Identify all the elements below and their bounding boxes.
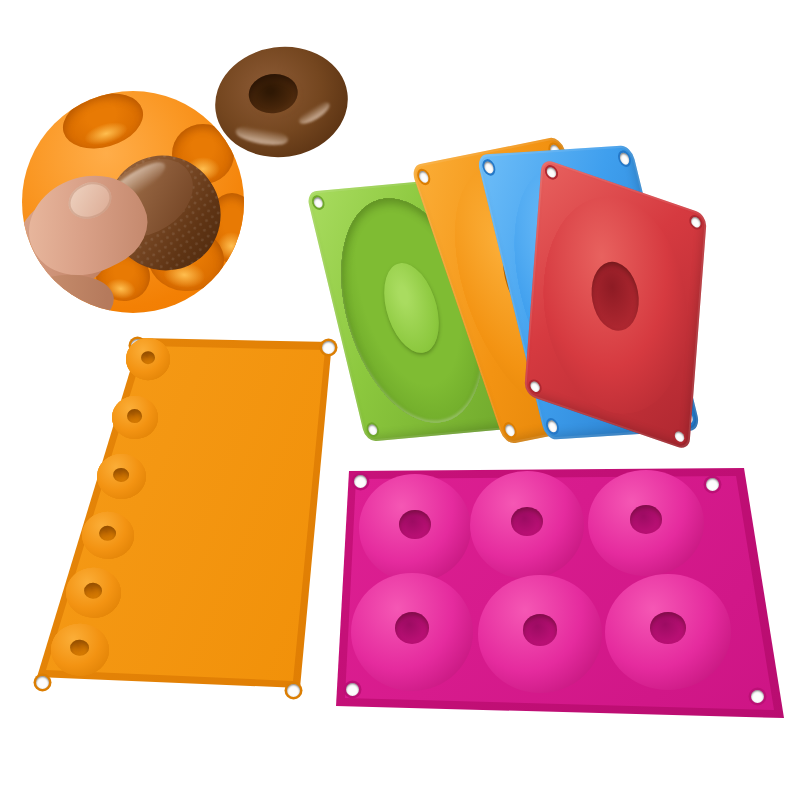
- hanging-hole: [751, 690, 764, 703]
- donut-bump: [470, 471, 584, 579]
- hanging-hole: [346, 683, 359, 696]
- bump-grid: [0, 0, 800, 800]
- donut-bump: [605, 574, 731, 690]
- donut-bump: [359, 474, 471, 582]
- pink-donut-mold-6-cavity: [0, 0, 800, 800]
- product-photo-canvas: [0, 0, 800, 800]
- hanging-hole: [706, 478, 719, 491]
- hanging-hole: [354, 475, 367, 488]
- donut-bump: [588, 470, 704, 576]
- donut-bump: [478, 575, 602, 693]
- donut-bump: [351, 573, 473, 691]
